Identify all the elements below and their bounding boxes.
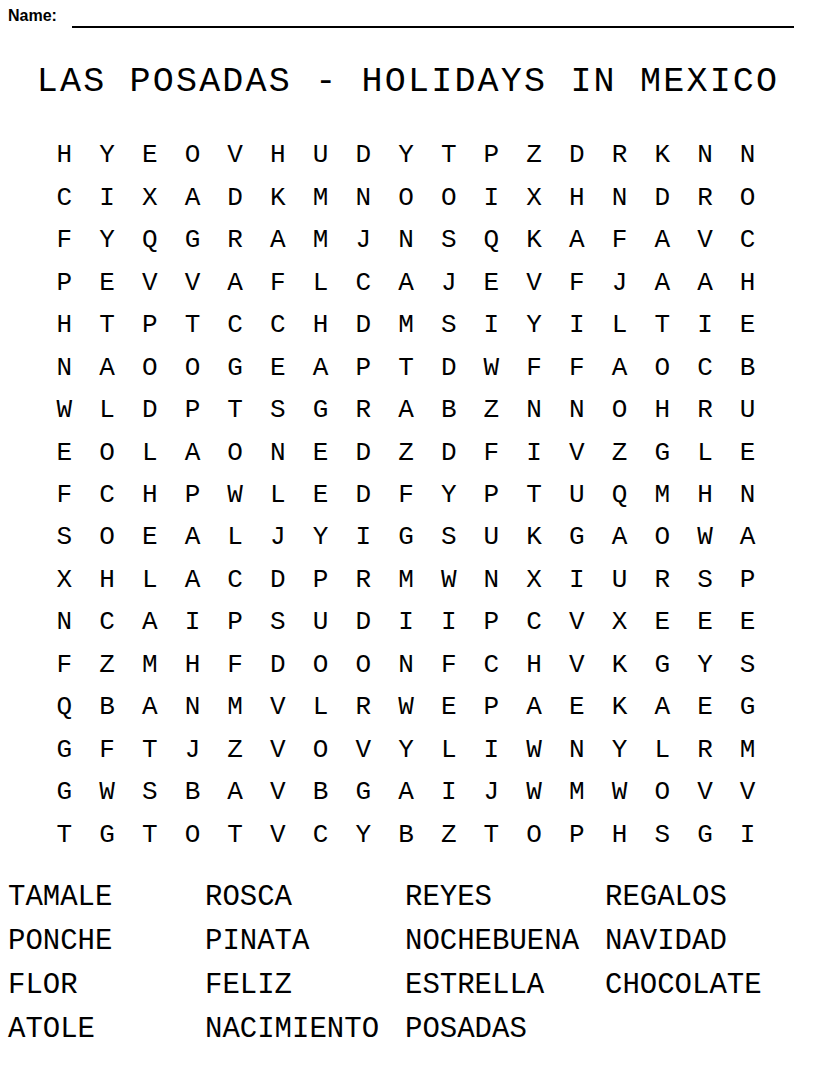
grid-cell[interactable]: P (299, 559, 342, 601)
grid-cell[interactable]: W (43, 389, 86, 431)
grid-cell[interactable]: N (726, 474, 769, 516)
grid-cell[interactable]: X (513, 176, 556, 218)
grid-cell[interactable]: J (470, 771, 513, 813)
grid-cell[interactable]: G (641, 431, 684, 473)
grid-cell[interactable]: O (385, 176, 428, 218)
grid-cell[interactable]: V (257, 814, 300, 856)
grid-cell[interactable]: F (257, 261, 300, 303)
grid-cell[interactable]: V (342, 729, 385, 771)
grid-cell[interactable]: W (214, 474, 257, 516)
grid-cell[interactable]: L (257, 474, 300, 516)
grid-cell[interactable]: H (299, 304, 342, 346)
grid-cell[interactable]: A (641, 219, 684, 261)
grid-cell[interactable]: B (299, 771, 342, 813)
grid-cell[interactable]: D (342, 601, 385, 643)
grid-cell[interactable]: P (43, 261, 86, 303)
grid-cell[interactable]: J (171, 729, 214, 771)
grid-cell[interactable]: O (171, 814, 214, 856)
grid-cell[interactable]: E (257, 346, 300, 388)
grid-cell[interactable]: S (684, 559, 727, 601)
grid-cell[interactable]: Z (427, 814, 470, 856)
grid-cell[interactable]: E (726, 304, 769, 346)
grid-cell[interactable]: I (427, 771, 470, 813)
name-label: Name: (8, 7, 57, 25)
grid-cell[interactable]: V (257, 771, 300, 813)
grid-cell[interactable]: X (598, 601, 641, 643)
grid-cell[interactable]: V (555, 644, 598, 686)
grid-cell[interactable]: X (128, 176, 171, 218)
grid-cell[interactable]: G (684, 814, 727, 856)
grid-cell[interactable]: Y (427, 474, 470, 516)
grid-cell[interactable]: O (598, 389, 641, 431)
grid-cell[interactable]: W (684, 516, 727, 558)
grid-cell[interactable]: O (171, 134, 214, 176)
grid-cell[interactable]: A (128, 601, 171, 643)
grid-cell[interactable]: O (513, 814, 556, 856)
word-search-grid: HYEOVHUDYTPZDRKNNCIXADKMNOOIXHNDROFYQGRA… (43, 134, 769, 856)
grid-cell[interactable]: K (598, 686, 641, 728)
grid-cell[interactable]: Z (598, 431, 641, 473)
grid-cell[interactable]: O (86, 516, 129, 558)
grid-cell[interactable]: L (86, 389, 129, 431)
grid-cell[interactable]: G (86, 814, 129, 856)
grid-cell[interactable]: Y (342, 814, 385, 856)
grid-cell[interactable]: L (427, 729, 470, 771)
grid-cell[interactable]: C (470, 644, 513, 686)
grid-cell[interactable]: P (726, 559, 769, 601)
grid-cell[interactable]: I (555, 559, 598, 601)
grid-cell[interactable]: N (726, 134, 769, 176)
grid-cell[interactable]: K (598, 644, 641, 686)
grid-cell[interactable]: T (385, 346, 428, 388)
grid-cell[interactable]: F (86, 729, 129, 771)
grid-cell[interactable]: L (641, 729, 684, 771)
grid-cell[interactable]: R (684, 729, 727, 771)
grid-cell[interactable]: I (684, 304, 727, 346)
grid-cell[interactable]: B (385, 814, 428, 856)
grid-cell[interactable]: A (171, 176, 214, 218)
grid-cell[interactable]: C (257, 304, 300, 346)
grid-cell[interactable]: N (385, 219, 428, 261)
grid-cell[interactable]: A (214, 771, 257, 813)
grid-cell[interactable]: R (684, 389, 727, 431)
grid-cell[interactable]: C (342, 261, 385, 303)
grid-cell[interactable]: M (555, 771, 598, 813)
grid-cell[interactable]: Y (598, 729, 641, 771)
grid-cell[interactable]: R (342, 389, 385, 431)
grid-cell[interactable]: O (128, 346, 171, 388)
grid-cell[interactable]: Z (86, 644, 129, 686)
grid-cell[interactable]: F (598, 219, 641, 261)
grid-cell[interactable]: V (684, 771, 727, 813)
grid-cell[interactable]: U (598, 559, 641, 601)
grid-cell[interactable]: M (385, 304, 428, 346)
grid-cell[interactable]: L (299, 261, 342, 303)
grid-cell[interactable]: O (299, 644, 342, 686)
grid-cell[interactable]: E (299, 474, 342, 516)
grid-cell[interactable]: S (726, 644, 769, 686)
grid-cell[interactable]: W (470, 346, 513, 388)
grid-cell[interactable]: O (171, 346, 214, 388)
grid-cell[interactable]: P (171, 389, 214, 431)
grid-cell[interactable]: A (214, 261, 257, 303)
grid-cell[interactable]: O (641, 346, 684, 388)
grid-cell[interactable]: T (470, 814, 513, 856)
grid-cell[interactable]: M (299, 219, 342, 261)
grid-cell[interactable]: Q (128, 219, 171, 261)
grid-cell[interactable]: E (684, 601, 727, 643)
grid-cell[interactable]: O (641, 771, 684, 813)
grid-cell[interactable]: T (214, 389, 257, 431)
grid-cell[interactable]: A (598, 346, 641, 388)
grid-cell[interactable]: N (513, 389, 556, 431)
grid-cell[interactable]: M (128, 644, 171, 686)
grid-cell[interactable]: N (470, 559, 513, 601)
word-list-item: ROSCA (205, 883, 405, 912)
grid-cell[interactable]: D (342, 431, 385, 473)
grid-cell[interactable]: A (385, 389, 428, 431)
grid-cell[interactable]: I (171, 601, 214, 643)
grid-cell[interactable]: C (299, 814, 342, 856)
grid-cell[interactable]: G (171, 219, 214, 261)
grid-cell[interactable]: W (513, 729, 556, 771)
grid-cell[interactable]: F (43, 474, 86, 516)
grid-cell[interactable]: U (470, 516, 513, 558)
grid-cell[interactable]: G (342, 771, 385, 813)
grid-cell[interactable]: P (171, 474, 214, 516)
grid-cell[interactable]: S (641, 814, 684, 856)
grid-cell[interactable]: E (726, 601, 769, 643)
grid-cell[interactable]: V (555, 601, 598, 643)
grid-cell[interactable]: T (427, 134, 470, 176)
grid-cell[interactable]: L (598, 304, 641, 346)
grid-cell[interactable]: C (684, 346, 727, 388)
grid-cell[interactable]: J (598, 261, 641, 303)
grid-cell[interactable]: E (299, 431, 342, 473)
grid-cell[interactable]: A (726, 516, 769, 558)
word-list-item: FELIZ (205, 971, 405, 1000)
grid-cell[interactable]: H (86, 559, 129, 601)
grid-cell[interactable]: L (128, 431, 171, 473)
grid-cell[interactable]: L (684, 431, 727, 473)
grid-cell[interactable]: L (299, 686, 342, 728)
grid-cell[interactable]: D (214, 176, 257, 218)
grid-cell[interactable]: S (257, 389, 300, 431)
grid-cell[interactable]: R (342, 559, 385, 601)
grid-cell[interactable]: D (257, 644, 300, 686)
grid-cell[interactable]: I (427, 601, 470, 643)
grid-cell[interactable]: R (342, 686, 385, 728)
grid-cell[interactable]: K (513, 516, 556, 558)
grid-cell[interactable]: B (86, 686, 129, 728)
grid-cell[interactable]: C (726, 219, 769, 261)
grid-cell[interactable]: J (342, 219, 385, 261)
grid-cell[interactable]: E (555, 686, 598, 728)
grid-cell[interactable]: Y (86, 134, 129, 176)
grid-cell[interactable]: A (598, 516, 641, 558)
grid-cell[interactable]: N (171, 686, 214, 728)
grid-cell[interactable]: J (257, 516, 300, 558)
grid-cell[interactable]: E (86, 261, 129, 303)
grid-cell[interactable]: A (299, 346, 342, 388)
grid-cell[interactable]: A (555, 219, 598, 261)
grid-cell[interactable]: V (555, 431, 598, 473)
grid-cell[interactable]: A (171, 431, 214, 473)
grid-cell[interactable]: Y (86, 219, 129, 261)
grid-cell[interactable]: T (43, 814, 86, 856)
grid-cell[interactable]: R (684, 176, 727, 218)
grid-cell[interactable]: A (385, 771, 428, 813)
grid-cell[interactable]: R (214, 219, 257, 261)
grid-cell[interactable]: U (555, 474, 598, 516)
grid-cell[interactable]: A (128, 686, 171, 728)
grid-cell[interactable]: F (513, 346, 556, 388)
grid-cell[interactable]: Z (385, 431, 428, 473)
grid-cell[interactable]: T (128, 729, 171, 771)
grid-cell[interactable]: C (513, 601, 556, 643)
grid-cell[interactable]: T (641, 304, 684, 346)
grid-cell[interactable]: L (128, 559, 171, 601)
grid-cell[interactable]: D (257, 559, 300, 601)
grid-cell[interactable]: G (214, 346, 257, 388)
grid-cell[interactable]: F (43, 219, 86, 261)
grid-cell[interactable]: I (470, 304, 513, 346)
grid-cell[interactable]: E (641, 601, 684, 643)
grid-cell[interactable]: C (86, 474, 129, 516)
grid-cell[interactable]: E (726, 431, 769, 473)
grid-cell[interactable]: I (555, 304, 598, 346)
grid-cell[interactable]: W (513, 771, 556, 813)
grid-cell[interactable]: A (641, 261, 684, 303)
grid-cell[interactable]: E (427, 686, 470, 728)
grid-cell[interactable]: S (43, 516, 86, 558)
grid-cell[interactable]: V (214, 134, 257, 176)
grid-cell[interactable]: N (684, 134, 727, 176)
grid-cell[interactable]: O (86, 431, 129, 473)
grid-cell[interactable]: K (257, 176, 300, 218)
grid-cell[interactable]: I (86, 176, 129, 218)
word-bank: TAMALEROSCAREYESREGALOSPONCHEPINATANOCHE… (8, 875, 808, 1051)
grid-cell[interactable]: A (171, 559, 214, 601)
grid-cell[interactable]: W (427, 559, 470, 601)
grid-cell[interactable]: C (86, 601, 129, 643)
grid-cell[interactable]: P (555, 814, 598, 856)
grid-cell[interactable]: H (684, 474, 727, 516)
grid-cell[interactable]: Y (684, 644, 727, 686)
grid-cell[interactable]: A (513, 686, 556, 728)
grid-cell[interactable]: N (43, 601, 86, 643)
grid-cell[interactable]: H (726, 261, 769, 303)
grid-cell[interactable]: H (128, 474, 171, 516)
grid-cell[interactable]: H (171, 644, 214, 686)
grid-cell[interactable]: P (214, 601, 257, 643)
grid-cell[interactable]: D (342, 134, 385, 176)
grid-cell[interactable]: T (86, 304, 129, 346)
word-list-item: CHOCOLATE (605, 971, 808, 1000)
grid-cell[interactable]: A (385, 261, 428, 303)
grid-cell[interactable]: C (214, 304, 257, 346)
grid-cell[interactable]: X (43, 559, 86, 601)
grid-cell[interactable]: N (257, 431, 300, 473)
grid-cell[interactable]: H (43, 304, 86, 346)
grid-cell[interactable]: Y (385, 134, 428, 176)
grid-cell[interactable]: B (171, 771, 214, 813)
grid-cell[interactable]: V (257, 729, 300, 771)
grid-cell[interactable]: E (128, 516, 171, 558)
grid-cell[interactable]: M (385, 559, 428, 601)
grid-cell[interactable]: W (86, 771, 129, 813)
grid-cell[interactable]: G (641, 644, 684, 686)
word-list-item: TAMALE (8, 883, 205, 912)
grid-cell[interactable]: Z (513, 134, 556, 176)
grid-cell[interactable]: M (726, 729, 769, 771)
grid-cell[interactable]: O (299, 729, 342, 771)
grid-cell[interactable]: D (342, 304, 385, 346)
grid-cell[interactable]: H (513, 644, 556, 686)
grid-cell[interactable]: O (342, 644, 385, 686)
grid-cell[interactable]: D (641, 176, 684, 218)
grid-cell[interactable]: A (257, 219, 300, 261)
grid-cell[interactable]: K (641, 134, 684, 176)
grid-cell[interactable]: I (470, 176, 513, 218)
grid-cell[interactable]: W (598, 771, 641, 813)
grid-cell[interactable]: T (171, 304, 214, 346)
grid-cell[interactable]: N (342, 176, 385, 218)
grid-cell[interactable]: G (385, 516, 428, 558)
grid-cell[interactable]: C (43, 176, 86, 218)
grid-cell[interactable]: N (385, 644, 428, 686)
grid-cell[interactable]: F (427, 644, 470, 686)
grid-cell[interactable]: V (513, 261, 556, 303)
grid-cell[interactable]: H (641, 389, 684, 431)
grid-cell[interactable]: F (555, 346, 598, 388)
grid-cell[interactable]: A (641, 686, 684, 728)
grid-cell[interactable]: N (555, 729, 598, 771)
grid-cell[interactable]: S (427, 304, 470, 346)
grid-cell[interactable]: R (641, 559, 684, 601)
grid-cell[interactable]: I (342, 516, 385, 558)
grid-cell[interactable]: I (513, 431, 556, 473)
grid-cell[interactable]: F (555, 261, 598, 303)
grid-cell[interactable]: H (598, 814, 641, 856)
grid-cell[interactable]: M (641, 474, 684, 516)
grid-cell[interactable]: A (171, 516, 214, 558)
grid-cell[interactable]: S (257, 601, 300, 643)
grid-cell[interactable]: P (470, 134, 513, 176)
grid-cell[interactable]: G (43, 771, 86, 813)
grid-cell[interactable]: S (427, 516, 470, 558)
grid-cell[interactable]: O (214, 431, 257, 473)
grid-cell[interactable]: E (470, 261, 513, 303)
grid-cell[interactable]: M (299, 176, 342, 218)
grid-cell[interactable]: O (726, 176, 769, 218)
grid-cell[interactable]: G (43, 729, 86, 771)
grid-cell[interactable]: T (513, 474, 556, 516)
grid-cell[interactable]: V (684, 219, 727, 261)
grid-cell[interactable]: Q (598, 474, 641, 516)
grid-cell[interactable]: I (385, 601, 428, 643)
grid-cell[interactable]: J (427, 261, 470, 303)
grid-cell[interactable]: N (555, 389, 598, 431)
grid-cell[interactable]: Q (43, 686, 86, 728)
grid-cell[interactable]: S (427, 219, 470, 261)
grid-cell[interactable]: O (427, 176, 470, 218)
grid-cell[interactable]: D (427, 346, 470, 388)
grid-cell[interactable]: C (214, 559, 257, 601)
grid-cell[interactable]: H (43, 134, 86, 176)
grid-cell[interactable]: N (43, 346, 86, 388)
grid-cell[interactable]: U (299, 601, 342, 643)
grid-cell[interactable]: O (641, 516, 684, 558)
grid-cell[interactable]: H (257, 134, 300, 176)
grid-cell[interactable]: B (726, 346, 769, 388)
grid-cell[interactable]: S (128, 771, 171, 813)
grid-cell[interactable]: Q (470, 219, 513, 261)
grid-cell[interactable]: H (555, 176, 598, 218)
grid-cell[interactable]: Y (385, 729, 428, 771)
word-list-item: ATOLE (8, 1015, 205, 1044)
grid-cell[interactable]: P (470, 686, 513, 728)
grid-cell[interactable]: U (726, 389, 769, 431)
grid-cell[interactable]: X (513, 559, 556, 601)
grid-cell[interactable]: D (555, 134, 598, 176)
grid-cell[interactable]: Y (513, 304, 556, 346)
grid-cell[interactable]: P (470, 474, 513, 516)
name-input-line[interactable] (72, 6, 794, 28)
grid-cell[interactable]: I (470, 729, 513, 771)
grid-cell[interactable]: R (598, 134, 641, 176)
grid-cell[interactable]: D (427, 431, 470, 473)
grid-cell[interactable]: P (470, 601, 513, 643)
grid-cell[interactable]: D (128, 389, 171, 431)
grid-cell[interactable]: I (726, 814, 769, 856)
grid-cell[interactable]: E (43, 431, 86, 473)
grid-cell[interactable]: E (128, 134, 171, 176)
word-list-item: FLOR (8, 971, 205, 1000)
grid-cell[interactable]: F (385, 474, 428, 516)
grid-cell[interactable]: N (598, 176, 641, 218)
grid-cell[interactable]: Z (470, 389, 513, 431)
grid-cell[interactable]: P (128, 304, 171, 346)
grid-cell[interactable]: V (171, 261, 214, 303)
grid-cell[interactable]: D (342, 474, 385, 516)
grid-cell[interactable]: G (726, 686, 769, 728)
grid-cell[interactable]: G (555, 516, 598, 558)
grid-cell[interactable]: P (342, 346, 385, 388)
grid-cell[interactable]: Z (214, 729, 257, 771)
grid-cell[interactable]: G (299, 389, 342, 431)
grid-cell[interactable]: F (43, 644, 86, 686)
grid-cell[interactable]: M (214, 686, 257, 728)
grid-cell[interactable]: A (684, 261, 727, 303)
word-list-item: REYES (405, 883, 605, 912)
grid-cell[interactable]: U (299, 134, 342, 176)
grid-cell[interactable]: T (214, 814, 257, 856)
grid-cell[interactable]: V (257, 686, 300, 728)
grid-cell[interactable]: W (385, 686, 428, 728)
grid-cell[interactable]: L (214, 516, 257, 558)
grid-cell[interactable]: Y (299, 516, 342, 558)
grid-cell[interactable]: A (86, 346, 129, 388)
grid-cell[interactable]: T (128, 814, 171, 856)
grid-cell[interactable]: F (214, 644, 257, 686)
grid-cell[interactable]: V (726, 771, 769, 813)
grid-cell[interactable]: E (684, 686, 727, 728)
grid-cell[interactable]: B (427, 389, 470, 431)
grid-cell[interactable]: K (513, 219, 556, 261)
grid-cell[interactable]: F (470, 431, 513, 473)
grid-cell[interactable]: V (128, 261, 171, 303)
